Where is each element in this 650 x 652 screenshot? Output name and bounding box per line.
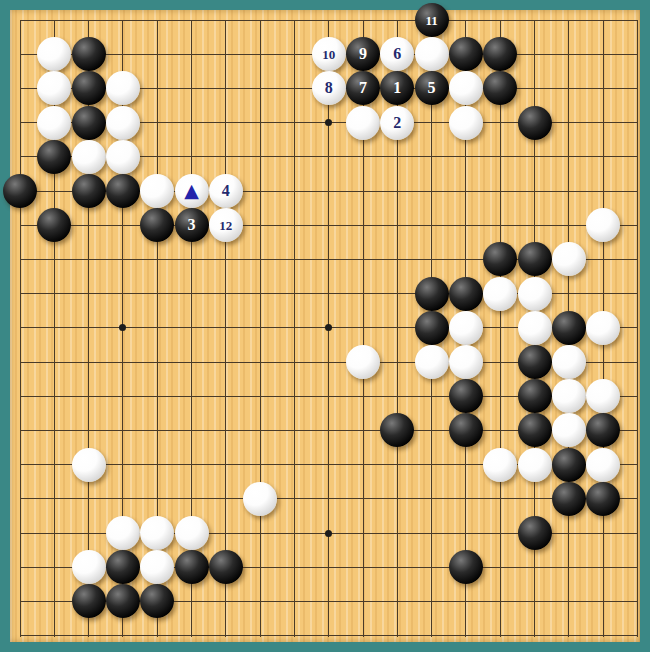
move-number: 10 [322,48,335,61]
black-stone [449,550,483,584]
black-stone [552,311,586,345]
black-stone [586,482,620,516]
hoshi-point [119,324,126,331]
white-stone [243,482,277,516]
go-board: 11109687152▲4312 [10,10,640,642]
black-stone: 7 [346,71,380,105]
black-stone [106,174,140,208]
grid-line [294,20,295,637]
white-stone [346,106,380,140]
black-stone [483,71,517,105]
grid-line [20,498,638,499]
black-stone [106,550,140,584]
black-stone [518,242,552,276]
black-stone [380,413,414,447]
black-stone [518,379,552,413]
white-stone [140,174,174,208]
black-stone [209,550,243,584]
white-stone [140,550,174,584]
black-stone [72,37,106,71]
black-stone [72,71,106,105]
grid-line [500,20,501,637]
grid-line [20,225,638,226]
move-number: 5 [428,80,436,96]
move-number: 2 [393,115,401,131]
white-stone [586,208,620,242]
black-stone [175,550,209,584]
white-stone [449,311,483,345]
black-stone [3,174,37,208]
white-stone [552,379,586,413]
black-stone: 3 [175,208,209,242]
move-number: 7 [359,80,367,96]
white-stone [552,345,586,379]
white-stone [415,345,449,379]
black-stone [140,208,174,242]
white-stone [106,106,140,140]
black-stone [518,106,552,140]
black-stone [552,482,586,516]
white-stone: 6 [380,37,414,71]
black-stone [518,413,552,447]
move-number: 6 [393,46,401,62]
white-stone [449,71,483,105]
white-stone [586,448,620,482]
white-stone [106,140,140,174]
grid-line [20,20,638,21]
move-number: 9 [359,46,367,62]
black-stone [72,106,106,140]
move-number: 12 [219,219,232,232]
black-stone [449,379,483,413]
white-stone [518,311,552,345]
black-stone [37,208,71,242]
white-stone: 10 [312,37,346,71]
black-stone [483,242,517,276]
black-stone [518,516,552,550]
go-board-frame: 11109687152▲4312 [0,0,650,652]
white-stone [586,311,620,345]
move-number: 1 [393,80,401,96]
white-stone [449,345,483,379]
hoshi-point [325,324,332,331]
white-stone [415,37,449,71]
black-stone [449,277,483,311]
white-stone [37,71,71,105]
white-stone [483,277,517,311]
hoshi-point [325,119,332,126]
black-stone [72,584,106,618]
grid-line [637,20,638,637]
white-stone: 8 [312,71,346,105]
white-stone [586,379,620,413]
move-number: 11 [425,14,437,27]
grid-line [260,20,261,637]
grid-line [225,20,226,637]
white-stone [518,277,552,311]
move-number: 4 [222,183,230,199]
black-stone [449,413,483,447]
white-stone: 12 [209,208,243,242]
triangle-mark: ▲ [184,181,199,200]
black-stone [140,584,174,618]
black-stone: 11 [415,3,449,37]
black-stone: 9 [346,37,380,71]
black-stone: 1 [380,71,414,105]
white-stone: ▲ [175,174,209,208]
black-stone [518,345,552,379]
black-stone [586,413,620,447]
white-stone [449,106,483,140]
white-stone [552,413,586,447]
white-stone [37,37,71,71]
white-stone: 2 [380,106,414,140]
black-stone [552,448,586,482]
black-stone [483,37,517,71]
move-number: 3 [188,217,196,233]
black-stone [106,584,140,618]
black-stone: 5 [415,71,449,105]
white-stone [483,448,517,482]
black-stone [415,311,449,345]
white-stone [72,140,106,174]
grid-line [20,635,638,636]
white-stone [72,550,106,584]
white-stone [140,516,174,550]
white-stone: 4 [209,174,243,208]
white-stone [518,448,552,482]
white-stone [346,345,380,379]
move-number: 8 [325,80,333,96]
white-stone [106,71,140,105]
white-stone [175,516,209,550]
white-stone [552,242,586,276]
black-stone [415,277,449,311]
white-stone [106,516,140,550]
grid-line [20,20,21,637]
black-stone [72,174,106,208]
black-stone [449,37,483,71]
hoshi-point [325,530,332,537]
white-stone [72,448,106,482]
black-stone [37,140,71,174]
white-stone [37,106,71,140]
